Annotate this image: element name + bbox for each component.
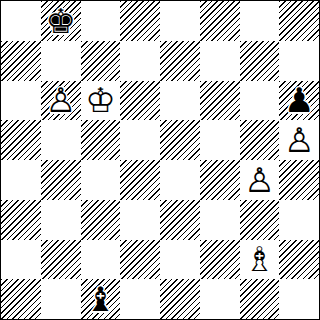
square-b1[interactable]: [41, 279, 81, 319]
chess-board: ♚♙♔♟♙♙♗♝: [0, 0, 320, 320]
square-d4[interactable]: [120, 160, 160, 200]
square-g2[interactable]: ♗: [240, 240, 280, 280]
square-h7[interactable]: [279, 41, 319, 81]
square-e5[interactable]: [160, 120, 200, 160]
square-h8[interactable]: [279, 1, 319, 41]
square-e1[interactable]: [160, 279, 200, 319]
piece-white-pawn[interactable]: ♙: [279, 120, 319, 160]
square-a6[interactable]: [1, 81, 41, 121]
square-d3[interactable]: [120, 200, 160, 240]
square-f1[interactable]: [200, 279, 240, 319]
square-h4[interactable]: [279, 160, 319, 200]
square-a4[interactable]: [1, 160, 41, 200]
square-d2[interactable]: [120, 240, 160, 280]
square-b3[interactable]: [41, 200, 81, 240]
square-d1[interactable]: [120, 279, 160, 319]
square-d8[interactable]: [120, 1, 160, 41]
square-c1[interactable]: ♝: [81, 279, 121, 319]
piece-black-bishop[interactable]: ♝: [81, 279, 121, 319]
square-c3[interactable]: [81, 200, 121, 240]
square-d5[interactable]: [120, 120, 160, 160]
square-h1[interactable]: [279, 279, 319, 319]
square-d6[interactable]: [120, 81, 160, 121]
square-f3[interactable]: [200, 200, 240, 240]
square-b6[interactable]: ♙: [41, 81, 81, 121]
piece-white-pawn[interactable]: ♙: [240, 160, 280, 200]
square-g8[interactable]: [240, 1, 280, 41]
square-e4[interactable]: [160, 160, 200, 200]
square-c8[interactable]: [81, 1, 121, 41]
piece-white-king[interactable]: ♔: [81, 81, 121, 121]
square-a7[interactable]: [1, 41, 41, 81]
square-f8[interactable]: [200, 1, 240, 41]
square-e6[interactable]: [160, 81, 200, 121]
square-e7[interactable]: [160, 41, 200, 81]
square-g6[interactable]: [240, 81, 280, 121]
square-g3[interactable]: [240, 200, 280, 240]
square-b2[interactable]: [41, 240, 81, 280]
square-b8[interactable]: ♚: [41, 1, 81, 41]
square-g7[interactable]: [240, 41, 280, 81]
square-h2[interactable]: [279, 240, 319, 280]
square-c4[interactable]: [81, 160, 121, 200]
square-b4[interactable]: [41, 160, 81, 200]
square-g5[interactable]: [240, 120, 280, 160]
square-d7[interactable]: [120, 41, 160, 81]
piece-white-pawn[interactable]: ♙: [41, 81, 81, 121]
square-f6[interactable]: [200, 81, 240, 121]
square-h6[interactable]: ♟: [279, 81, 319, 121]
piece-black-pawn[interactable]: ♟: [279, 81, 319, 121]
square-a5[interactable]: [1, 120, 41, 160]
square-c2[interactable]: [81, 240, 121, 280]
square-a3[interactable]: [1, 200, 41, 240]
square-f4[interactable]: [200, 160, 240, 200]
square-h5[interactable]: ♙: [279, 120, 319, 160]
square-e3[interactable]: [160, 200, 200, 240]
square-e2[interactable]: [160, 240, 200, 280]
square-f7[interactable]: [200, 41, 240, 81]
piece-black-king[interactable]: ♚: [41, 1, 81, 41]
piece-white-bishop[interactable]: ♗: [240, 240, 280, 280]
square-b5[interactable]: [41, 120, 81, 160]
square-b7[interactable]: [41, 41, 81, 81]
square-f5[interactable]: [200, 120, 240, 160]
square-f2[interactable]: [200, 240, 240, 280]
square-a2[interactable]: [1, 240, 41, 280]
square-g4[interactable]: ♙: [240, 160, 280, 200]
square-c6[interactable]: ♔: [81, 81, 121, 121]
square-c5[interactable]: [81, 120, 121, 160]
square-a1[interactable]: [1, 279, 41, 319]
square-h3[interactable]: [279, 200, 319, 240]
square-e8[interactable]: [160, 1, 200, 41]
square-a8[interactable]: [1, 1, 41, 41]
square-g1[interactable]: [240, 279, 280, 319]
square-c7[interactable]: [81, 41, 121, 81]
